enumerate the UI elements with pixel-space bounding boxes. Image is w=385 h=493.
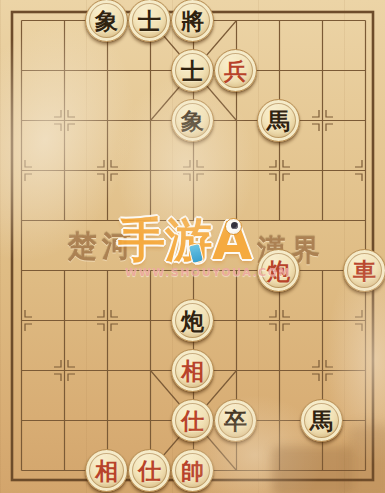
piece-black-general[interactable]: 將 (171, 0, 214, 42)
piece-red-cannon[interactable]: 炮 (257, 249, 300, 292)
piece-red-elephant[interactable]: 相 (85, 449, 128, 492)
piece-red-soldier[interactable]: 兵 (214, 49, 257, 92)
piece-black-soldier[interactable]: 卒 (214, 399, 257, 442)
piece-black-elephant[interactable]: 象 (85, 0, 128, 42)
piece-red-general[interactable]: 帥 (171, 449, 214, 492)
piece-red-chariot[interactable]: 車 (343, 249, 385, 292)
piece-black-cannon[interactable]: 炮 (171, 299, 214, 342)
piece-black-advisor[interactable]: 士 (171, 49, 214, 92)
piece-red-advisor[interactable]: 仕 (128, 449, 171, 492)
piece-black-elephant[interactable]: 象 (171, 99, 214, 142)
piece-black-horse[interactable]: 馬 (300, 399, 343, 442)
piece-red-elephant[interactable]: 相 (171, 349, 214, 392)
piece-black-advisor[interactable]: 士 (128, 0, 171, 42)
pieces-layer: 象士將士兵象馬炮車炮相仕卒馬相仕帥 (0, 0, 385, 493)
piece-black-horse[interactable]: 馬 (257, 99, 300, 142)
xiangqi-app-screen: 楚河 漢界 象士將士兵象馬炮車炮相仕卒馬相仕帥 手游A WWW.SHOUYOUA… (0, 0, 385, 493)
piece-red-advisor[interactable]: 仕 (171, 399, 214, 442)
